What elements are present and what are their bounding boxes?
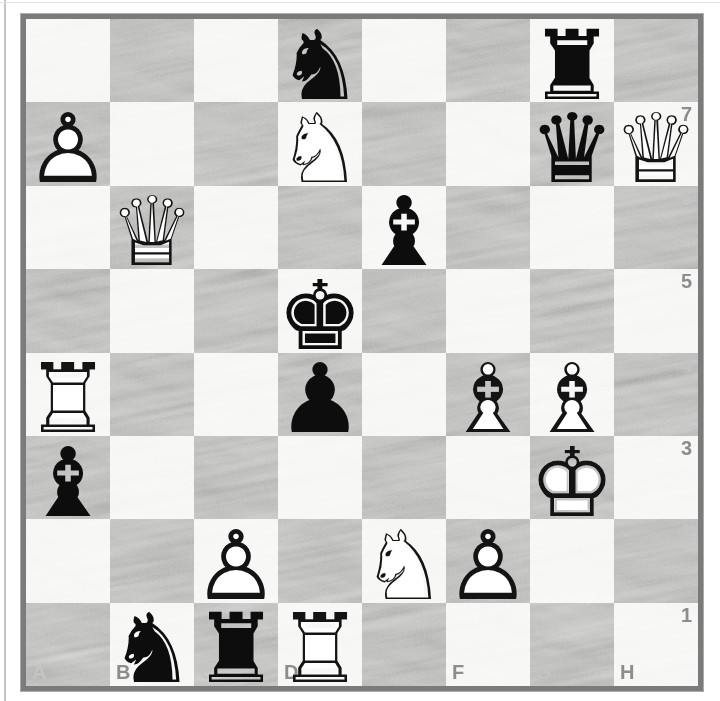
square-h4[interactable]: 4: [614, 353, 698, 436]
piece-outline: ♘: [362, 524, 446, 607]
chess-board: ♞♜8♟♙♞♘♛7♛♕♛♕♝6♚5♜♖♟♝♗♝♗4♝♚♔3♟♙♞♘♟♙2AB♞C…: [21, 14, 703, 691]
square-h1[interactable]: H1: [614, 603, 698, 686]
square-f8[interactable]: [446, 19, 530, 102]
square-c2[interactable]: ♟♙: [194, 519, 278, 602]
square-e5[interactable]: [362, 269, 446, 352]
square-d2[interactable]: [278, 519, 362, 602]
piece-body: ♞: [110, 608, 194, 691]
square-g2[interactable]: [530, 519, 614, 602]
square-e8[interactable]: [362, 19, 446, 102]
piece-outline: ♙: [446, 524, 530, 607]
piece-black-king: ♚: [278, 269, 362, 352]
piece-white-bishop: ♝♗: [446, 353, 530, 436]
file-label-h: H: [620, 661, 634, 684]
piece-outline: ♙: [26, 107, 110, 190]
board-pieces: ♞♜8♟♙♞♘♛7♛♕♛♕♝6♚5♜♖♟♝♗♝♗4♝♚♔3♟♙♞♘♟♙2AB♞C…: [26, 19, 698, 686]
piece-white-pawn: ♟♙: [194, 519, 278, 602]
square-a3[interactable]: ♝: [26, 436, 110, 519]
square-f7[interactable]: [446, 102, 530, 185]
square-b1[interactable]: B♞: [110, 603, 194, 686]
piece-outline: ♕: [110, 191, 194, 274]
piece-body: ♛: [530, 107, 614, 190]
square-f1[interactable]: F: [446, 603, 530, 686]
square-c1[interactable]: C♜: [194, 603, 278, 686]
rank-label-6: 6: [681, 187, 692, 210]
square-g1[interactable]: G: [530, 603, 614, 686]
square-e6[interactable]: ♝: [362, 186, 446, 269]
rank-label-1: 1: [681, 604, 692, 627]
page-edge-line-vertical: [4, 0, 6, 701]
piece-outline: ♗: [446, 358, 530, 441]
piece-body: ♝: [26, 441, 110, 524]
square-b2[interactable]: [110, 519, 194, 602]
page-edge-line-horizontal: [0, 2, 720, 3]
square-d1[interactable]: D♜♖: [278, 603, 362, 686]
square-c6[interactable]: [194, 186, 278, 269]
square-h3[interactable]: 3: [614, 436, 698, 519]
square-f2[interactable]: ♟♙: [446, 519, 530, 602]
piece-white-rook: ♜♖: [26, 353, 110, 436]
piece-outline: ♔: [530, 441, 614, 524]
piece-black-pawn: ♟: [278, 353, 362, 436]
square-h6[interactable]: 6: [614, 186, 698, 269]
file-label-a: A: [32, 661, 46, 684]
square-b5[interactable]: [110, 269, 194, 352]
piece-white-knight: ♞♘: [362, 519, 446, 602]
square-f4[interactable]: ♝♗: [446, 353, 530, 436]
square-g5[interactable]: [530, 269, 614, 352]
square-a5[interactable]: [26, 269, 110, 352]
rank-label-2: 2: [681, 520, 692, 543]
square-h8[interactable]: 8: [614, 19, 698, 102]
square-a1[interactable]: A: [26, 603, 110, 686]
square-d5[interactable]: ♚: [278, 269, 362, 352]
piece-black-knight: ♞: [278, 19, 362, 102]
piece-black-bishop: ♝: [26, 436, 110, 519]
square-f6[interactable]: [446, 186, 530, 269]
square-b4[interactable]: [110, 353, 194, 436]
square-d3[interactable]: [278, 436, 362, 519]
square-e7[interactable]: [362, 102, 446, 185]
rank-label-5: 5: [681, 270, 692, 293]
square-a8[interactable]: [26, 19, 110, 102]
square-d8[interactable]: ♞: [278, 19, 362, 102]
piece-white-queen: ♛♕: [614, 102, 698, 185]
square-h2[interactable]: 2: [614, 519, 698, 602]
square-e3[interactable]: [362, 436, 446, 519]
square-e1[interactable]: E: [362, 603, 446, 686]
square-e2[interactable]: ♞♘: [362, 519, 446, 602]
square-c4[interactable]: [194, 353, 278, 436]
square-f3[interactable]: [446, 436, 530, 519]
piece-outline: ♖: [278, 608, 362, 691]
square-a2[interactable]: [26, 519, 110, 602]
square-g3[interactable]: ♚♔: [530, 436, 614, 519]
piece-white-pawn: ♟♙: [26, 102, 110, 185]
piece-outline: ♕: [614, 107, 698, 190]
piece-outline: ♘: [278, 107, 362, 190]
piece-body: ♝: [362, 191, 446, 274]
piece-white-pawn: ♟♙: [446, 519, 530, 602]
square-b7[interactable]: [110, 102, 194, 185]
square-b8[interactable]: [110, 19, 194, 102]
square-a4[interactable]: ♜♖: [26, 353, 110, 436]
rank-label-4: 4: [681, 354, 692, 377]
piece-black-rook: ♜: [530, 19, 614, 102]
square-c8[interactable]: [194, 19, 278, 102]
square-a7[interactable]: ♟♙: [26, 102, 110, 185]
square-c7[interactable]: [194, 102, 278, 185]
square-h5[interactable]: 5: [614, 269, 698, 352]
square-d6[interactable]: [278, 186, 362, 269]
square-g4[interactable]: ♝♗: [530, 353, 614, 436]
square-g6[interactable]: [530, 186, 614, 269]
square-e4[interactable]: [362, 353, 446, 436]
rank-label-8: 8: [681, 20, 692, 43]
piece-body: ♟: [278, 358, 362, 441]
square-b3[interactable]: [110, 436, 194, 519]
piece-black-bishop: ♝: [362, 186, 446, 269]
square-d4[interactable]: ♟: [278, 353, 362, 436]
square-b6[interactable]: ♛♕: [110, 186, 194, 269]
rank-label-3: 3: [681, 437, 692, 460]
piece-white-bishop: ♝♗: [530, 353, 614, 436]
piece-white-king: ♚♔: [530, 436, 614, 519]
square-a6[interactable]: [26, 186, 110, 269]
piece-white-knight: ♞♘: [278, 102, 362, 185]
square-g8[interactable]: ♜: [530, 19, 614, 102]
square-f5[interactable]: [446, 269, 530, 352]
file-label-g: G: [536, 661, 552, 684]
square-g7[interactable]: ♛: [530, 102, 614, 185]
square-c5[interactable]: [194, 269, 278, 352]
piece-black-knight: ♞: [110, 603, 194, 686]
piece-black-queen: ♛: [530, 102, 614, 185]
piece-white-rook: ♜♖: [278, 603, 362, 686]
file-label-f: F: [452, 661, 464, 684]
piece-body: ♜: [194, 608, 278, 691]
square-c3[interactable]: [194, 436, 278, 519]
square-d7[interactable]: ♞♘: [278, 102, 362, 185]
piece-black-rook: ♜: [194, 603, 278, 686]
piece-white-queen: ♛♕: [110, 186, 194, 269]
square-h7[interactable]: 7♛♕: [614, 102, 698, 185]
file-label-e: E: [368, 661, 381, 684]
